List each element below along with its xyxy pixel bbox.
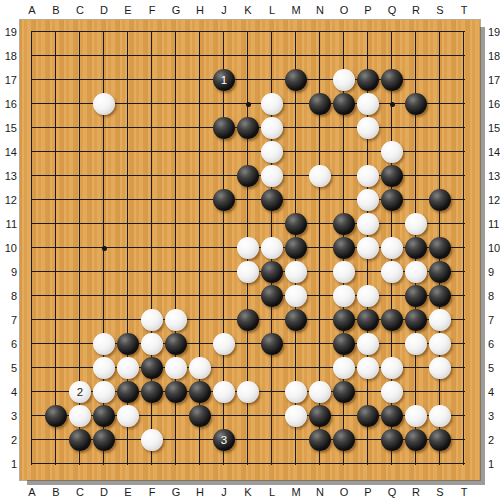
intersection-K14[interactable] <box>236 140 260 164</box>
intersection-K10[interactable] <box>236 236 260 260</box>
intersection-B2[interactable] <box>44 428 68 452</box>
intersection-O3[interactable] <box>332 404 356 428</box>
intersection-A15[interactable] <box>20 116 44 140</box>
intersection-C17[interactable] <box>68 68 92 92</box>
intersection-K18[interactable] <box>236 44 260 68</box>
intersection-O12[interactable] <box>332 188 356 212</box>
intersection-O17[interactable] <box>332 68 356 92</box>
intersection-N3[interactable] <box>308 404 332 428</box>
intersection-D9[interactable] <box>92 260 116 284</box>
intersection-G4[interactable] <box>164 380 188 404</box>
intersection-Q16[interactable] <box>380 92 404 116</box>
intersection-C12[interactable] <box>68 188 92 212</box>
intersection-T1[interactable] <box>452 452 476 476</box>
intersection-F11[interactable] <box>140 212 164 236</box>
intersection-S1[interactable] <box>428 452 452 476</box>
intersection-P10[interactable] <box>356 236 380 260</box>
intersection-G14[interactable] <box>164 140 188 164</box>
intersection-M13[interactable] <box>284 164 308 188</box>
intersection-S12[interactable] <box>428 188 452 212</box>
intersection-G3[interactable] <box>164 404 188 428</box>
intersection-C9[interactable] <box>68 260 92 284</box>
intersection-H17[interactable] <box>188 68 212 92</box>
intersection-T12[interactable] <box>452 188 476 212</box>
intersection-D15[interactable] <box>92 116 116 140</box>
intersection-N14[interactable] <box>308 140 332 164</box>
intersection-T5[interactable] <box>452 356 476 380</box>
intersection-R19[interactable] <box>404 20 428 44</box>
intersection-J3[interactable] <box>212 404 236 428</box>
intersection-P6[interactable] <box>356 332 380 356</box>
intersection-L5[interactable] <box>260 356 284 380</box>
intersection-K3[interactable] <box>236 404 260 428</box>
intersection-S16[interactable] <box>428 92 452 116</box>
intersection-E18[interactable] <box>116 44 140 68</box>
intersection-T10[interactable] <box>452 236 476 260</box>
intersection-J6[interactable] <box>212 332 236 356</box>
intersection-B18[interactable] <box>44 44 68 68</box>
intersection-O4[interactable] <box>332 380 356 404</box>
intersection-E5[interactable] <box>116 356 140 380</box>
intersection-Q17[interactable] <box>380 68 404 92</box>
intersection-F1[interactable] <box>140 452 164 476</box>
intersection-H18[interactable] <box>188 44 212 68</box>
intersection-T8[interactable] <box>452 284 476 308</box>
intersection-Q9[interactable] <box>380 260 404 284</box>
intersection-S11[interactable] <box>428 212 452 236</box>
intersection-O1[interactable] <box>332 452 356 476</box>
intersection-C6[interactable] <box>68 332 92 356</box>
intersection-G12[interactable] <box>164 188 188 212</box>
intersection-D3[interactable] <box>92 404 116 428</box>
intersection-M17[interactable] <box>284 68 308 92</box>
intersection-J14[interactable] <box>212 140 236 164</box>
intersection-P19[interactable] <box>356 20 380 44</box>
intersection-L4[interactable] <box>260 380 284 404</box>
intersection-M15[interactable] <box>284 116 308 140</box>
intersection-K15[interactable] <box>236 116 260 140</box>
intersection-G19[interactable] <box>164 20 188 44</box>
intersection-G5[interactable] <box>164 356 188 380</box>
intersection-M12[interactable] <box>284 188 308 212</box>
intersection-J4[interactable] <box>212 380 236 404</box>
intersection-B1[interactable] <box>44 452 68 476</box>
intersection-B14[interactable] <box>44 140 68 164</box>
intersection-F7[interactable] <box>140 308 164 332</box>
intersection-A16[interactable] <box>20 92 44 116</box>
intersection-O8[interactable] <box>332 284 356 308</box>
intersection-P4[interactable] <box>356 380 380 404</box>
intersection-C4[interactable]: 2 <box>68 380 92 404</box>
intersection-S2[interactable] <box>428 428 452 452</box>
intersection-P9[interactable] <box>356 260 380 284</box>
intersection-S8[interactable] <box>428 284 452 308</box>
intersection-D5[interactable] <box>92 356 116 380</box>
intersection-H4[interactable] <box>188 380 212 404</box>
intersection-O19[interactable] <box>332 20 356 44</box>
intersection-H10[interactable] <box>188 236 212 260</box>
intersection-B7[interactable] <box>44 308 68 332</box>
intersection-M16[interactable] <box>284 92 308 116</box>
intersection-P2[interactable] <box>356 428 380 452</box>
intersection-N9[interactable] <box>308 260 332 284</box>
intersection-D7[interactable] <box>92 308 116 332</box>
intersection-P18[interactable] <box>356 44 380 68</box>
intersection-A7[interactable] <box>20 308 44 332</box>
intersection-K13[interactable] <box>236 164 260 188</box>
intersection-R5[interactable] <box>404 356 428 380</box>
intersection-T9[interactable] <box>452 260 476 284</box>
intersection-P5[interactable] <box>356 356 380 380</box>
intersection-F4[interactable] <box>140 380 164 404</box>
intersection-N17[interactable] <box>308 68 332 92</box>
intersection-D10[interactable] <box>92 236 116 260</box>
intersection-A14[interactable] <box>20 140 44 164</box>
intersection-C2[interactable] <box>68 428 92 452</box>
intersection-F9[interactable] <box>140 260 164 284</box>
intersection-L12[interactable] <box>260 188 284 212</box>
intersection-R3[interactable] <box>404 404 428 428</box>
intersection-H12[interactable] <box>188 188 212 212</box>
intersection-Q18[interactable] <box>380 44 404 68</box>
intersection-D12[interactable] <box>92 188 116 212</box>
intersection-S5[interactable] <box>428 356 452 380</box>
intersection-R6[interactable] <box>404 332 428 356</box>
intersection-H5[interactable] <box>188 356 212 380</box>
intersection-D14[interactable] <box>92 140 116 164</box>
intersection-G9[interactable] <box>164 260 188 284</box>
intersection-B6[interactable] <box>44 332 68 356</box>
intersection-S13[interactable] <box>428 164 452 188</box>
intersection-P3[interactable] <box>356 404 380 428</box>
intersection-T6[interactable] <box>452 332 476 356</box>
intersection-A10[interactable] <box>20 236 44 260</box>
intersection-Q5[interactable] <box>380 356 404 380</box>
intersection-S6[interactable] <box>428 332 452 356</box>
intersection-C13[interactable] <box>68 164 92 188</box>
intersection-C8[interactable] <box>68 284 92 308</box>
intersection-L13[interactable] <box>260 164 284 188</box>
intersection-A12[interactable] <box>20 188 44 212</box>
intersection-L10[interactable] <box>260 236 284 260</box>
intersection-T11[interactable] <box>452 212 476 236</box>
intersection-G15[interactable] <box>164 116 188 140</box>
intersection-D4[interactable] <box>92 380 116 404</box>
intersection-Q19[interactable] <box>380 20 404 44</box>
intersection-M18[interactable] <box>284 44 308 68</box>
intersection-Q3[interactable] <box>380 404 404 428</box>
intersection-D19[interactable] <box>92 20 116 44</box>
intersection-C11[interactable] <box>68 212 92 236</box>
intersection-K12[interactable] <box>236 188 260 212</box>
intersection-T14[interactable] <box>452 140 476 164</box>
intersection-A17[interactable] <box>20 68 44 92</box>
intersection-S19[interactable] <box>428 20 452 44</box>
intersection-T13[interactable] <box>452 164 476 188</box>
intersection-J18[interactable] <box>212 44 236 68</box>
intersection-R10[interactable] <box>404 236 428 260</box>
intersection-M8[interactable] <box>284 284 308 308</box>
intersection-F18[interactable] <box>140 44 164 68</box>
intersection-A1[interactable] <box>20 452 44 476</box>
intersection-F5[interactable] <box>140 356 164 380</box>
intersection-F2[interactable] <box>140 428 164 452</box>
intersection-P11[interactable] <box>356 212 380 236</box>
intersection-P8[interactable] <box>356 284 380 308</box>
intersection-N15[interactable] <box>308 116 332 140</box>
intersection-E2[interactable] <box>116 428 140 452</box>
intersection-J7[interactable] <box>212 308 236 332</box>
intersection-K1[interactable] <box>236 452 260 476</box>
intersection-E13[interactable] <box>116 164 140 188</box>
intersection-F6[interactable] <box>140 332 164 356</box>
intersection-F15[interactable] <box>140 116 164 140</box>
intersection-C7[interactable] <box>68 308 92 332</box>
intersection-B3[interactable] <box>44 404 68 428</box>
intersection-J16[interactable] <box>212 92 236 116</box>
intersection-E12[interactable] <box>116 188 140 212</box>
intersection-A4[interactable] <box>20 380 44 404</box>
intersection-E15[interactable] <box>116 116 140 140</box>
intersection-L17[interactable] <box>260 68 284 92</box>
intersection-T17[interactable] <box>452 68 476 92</box>
intersection-H7[interactable] <box>188 308 212 332</box>
intersection-N13[interactable] <box>308 164 332 188</box>
intersection-L6[interactable] <box>260 332 284 356</box>
intersection-G17[interactable] <box>164 68 188 92</box>
intersection-J9[interactable] <box>212 260 236 284</box>
intersection-B15[interactable] <box>44 116 68 140</box>
intersection-K6[interactable] <box>236 332 260 356</box>
intersection-A2[interactable] <box>20 428 44 452</box>
intersection-B8[interactable] <box>44 284 68 308</box>
intersection-M2[interactable] <box>284 428 308 452</box>
intersection-N1[interactable] <box>308 452 332 476</box>
intersection-C10[interactable] <box>68 236 92 260</box>
intersection-O5[interactable] <box>332 356 356 380</box>
intersection-A18[interactable] <box>20 44 44 68</box>
intersection-R4[interactable] <box>404 380 428 404</box>
intersection-M5[interactable] <box>284 356 308 380</box>
intersection-J13[interactable] <box>212 164 236 188</box>
intersection-L1[interactable] <box>260 452 284 476</box>
intersection-L14[interactable] <box>260 140 284 164</box>
intersection-M11[interactable] <box>284 212 308 236</box>
intersection-H19[interactable] <box>188 20 212 44</box>
intersection-C19[interactable] <box>68 20 92 44</box>
intersection-J15[interactable] <box>212 116 236 140</box>
intersection-D17[interactable] <box>92 68 116 92</box>
intersection-O15[interactable] <box>332 116 356 140</box>
intersection-Q6[interactable] <box>380 332 404 356</box>
intersection-T18[interactable] <box>452 44 476 68</box>
intersection-H3[interactable] <box>188 404 212 428</box>
intersection-O7[interactable] <box>332 308 356 332</box>
intersection-B4[interactable] <box>44 380 68 404</box>
intersection-P13[interactable] <box>356 164 380 188</box>
intersection-G16[interactable] <box>164 92 188 116</box>
intersection-E14[interactable] <box>116 140 140 164</box>
intersection-R8[interactable] <box>404 284 428 308</box>
intersection-R16[interactable] <box>404 92 428 116</box>
intersection-L16[interactable] <box>260 92 284 116</box>
intersection-B9[interactable] <box>44 260 68 284</box>
intersection-F13[interactable] <box>140 164 164 188</box>
intersection-P14[interactable] <box>356 140 380 164</box>
intersection-L9[interactable] <box>260 260 284 284</box>
intersection-M9[interactable] <box>284 260 308 284</box>
intersection-M3[interactable] <box>284 404 308 428</box>
intersection-D8[interactable] <box>92 284 116 308</box>
intersection-R17[interactable] <box>404 68 428 92</box>
intersection-E17[interactable] <box>116 68 140 92</box>
intersection-F19[interactable] <box>140 20 164 44</box>
intersection-A5[interactable] <box>20 356 44 380</box>
intersection-F8[interactable] <box>140 284 164 308</box>
intersection-G10[interactable] <box>164 236 188 260</box>
intersection-A11[interactable] <box>20 212 44 236</box>
intersection-F14[interactable] <box>140 140 164 164</box>
intersection-Q7[interactable] <box>380 308 404 332</box>
intersection-K2[interactable] <box>236 428 260 452</box>
intersection-K17[interactable] <box>236 68 260 92</box>
intersection-O10[interactable] <box>332 236 356 260</box>
intersection-L3[interactable] <box>260 404 284 428</box>
intersection-C18[interactable] <box>68 44 92 68</box>
intersection-E6[interactable] <box>116 332 140 356</box>
intersection-P7[interactable] <box>356 308 380 332</box>
intersection-R1[interactable] <box>404 452 428 476</box>
intersection-B19[interactable] <box>44 20 68 44</box>
intersection-H15[interactable] <box>188 116 212 140</box>
intersection-Q10[interactable] <box>380 236 404 260</box>
intersection-M10[interactable] <box>284 236 308 260</box>
intersection-B10[interactable] <box>44 236 68 260</box>
intersection-P17[interactable] <box>356 68 380 92</box>
intersection-J1[interactable] <box>212 452 236 476</box>
intersection-N5[interactable] <box>308 356 332 380</box>
intersection-H6[interactable] <box>188 332 212 356</box>
intersection-C1[interactable] <box>68 452 92 476</box>
intersection-C16[interactable] <box>68 92 92 116</box>
intersection-T2[interactable] <box>452 428 476 452</box>
intersection-F17[interactable] <box>140 68 164 92</box>
intersection-E3[interactable] <box>116 404 140 428</box>
intersection-R18[interactable] <box>404 44 428 68</box>
intersection-G13[interactable] <box>164 164 188 188</box>
intersection-N12[interactable] <box>308 188 332 212</box>
intersection-G11[interactable] <box>164 212 188 236</box>
intersection-N16[interactable] <box>308 92 332 116</box>
intersection-D2[interactable] <box>92 428 116 452</box>
intersection-F10[interactable] <box>140 236 164 260</box>
intersection-B5[interactable] <box>44 356 68 380</box>
intersection-E11[interactable] <box>116 212 140 236</box>
intersection-B12[interactable] <box>44 188 68 212</box>
intersection-R11[interactable] <box>404 212 428 236</box>
intersection-C3[interactable] <box>68 404 92 428</box>
intersection-B17[interactable] <box>44 68 68 92</box>
intersection-B16[interactable] <box>44 92 68 116</box>
intersection-N8[interactable] <box>308 284 332 308</box>
intersection-F16[interactable] <box>140 92 164 116</box>
intersection-J8[interactable] <box>212 284 236 308</box>
intersection-T15[interactable] <box>452 116 476 140</box>
intersection-K16[interactable] <box>236 92 260 116</box>
intersection-R9[interactable] <box>404 260 428 284</box>
intersection-E9[interactable] <box>116 260 140 284</box>
intersection-S18[interactable] <box>428 44 452 68</box>
intersection-K7[interactable] <box>236 308 260 332</box>
intersection-R13[interactable] <box>404 164 428 188</box>
intersection-T19[interactable] <box>452 20 476 44</box>
intersection-E1[interactable] <box>116 452 140 476</box>
intersection-D16[interactable] <box>92 92 116 116</box>
intersection-S14[interactable] <box>428 140 452 164</box>
intersection-P16[interactable] <box>356 92 380 116</box>
intersection-S10[interactable] <box>428 236 452 260</box>
intersection-Q11[interactable] <box>380 212 404 236</box>
intersection-E7[interactable] <box>116 308 140 332</box>
intersection-T16[interactable] <box>452 92 476 116</box>
intersection-P12[interactable] <box>356 188 380 212</box>
intersection-N6[interactable] <box>308 332 332 356</box>
intersection-T7[interactable] <box>452 308 476 332</box>
intersection-J11[interactable] <box>212 212 236 236</box>
intersection-N19[interactable] <box>308 20 332 44</box>
intersection-Q4[interactable] <box>380 380 404 404</box>
intersection-J5[interactable] <box>212 356 236 380</box>
intersection-F3[interactable] <box>140 404 164 428</box>
intersection-D11[interactable] <box>92 212 116 236</box>
intersection-J10[interactable] <box>212 236 236 260</box>
intersection-E16[interactable] <box>116 92 140 116</box>
intersection-A3[interactable] <box>20 404 44 428</box>
intersection-P15[interactable] <box>356 116 380 140</box>
intersection-F12[interactable] <box>140 188 164 212</box>
intersection-D18[interactable] <box>92 44 116 68</box>
intersection-K8[interactable] <box>236 284 260 308</box>
intersection-O14[interactable] <box>332 140 356 164</box>
intersection-R14[interactable] <box>404 140 428 164</box>
intersection-T4[interactable] <box>452 380 476 404</box>
intersection-T3[interactable] <box>452 404 476 428</box>
intersection-Q14[interactable] <box>380 140 404 164</box>
intersection-B13[interactable] <box>44 164 68 188</box>
intersection-C5[interactable] <box>68 356 92 380</box>
intersection-H9[interactable] <box>188 260 212 284</box>
intersection-P1[interactable] <box>356 452 380 476</box>
intersection-O16[interactable] <box>332 92 356 116</box>
intersection-K9[interactable] <box>236 260 260 284</box>
intersection-L11[interactable] <box>260 212 284 236</box>
intersection-Q12[interactable] <box>380 188 404 212</box>
intersection-E10[interactable] <box>116 236 140 260</box>
intersection-R2[interactable] <box>404 428 428 452</box>
intersection-J17[interactable]: 1 <box>212 68 236 92</box>
intersection-K4[interactable] <box>236 380 260 404</box>
intersection-H8[interactable] <box>188 284 212 308</box>
intersection-K19[interactable] <box>236 20 260 44</box>
intersection-S3[interactable] <box>428 404 452 428</box>
intersection-H13[interactable] <box>188 164 212 188</box>
intersection-J2[interactable]: 3 <box>212 428 236 452</box>
intersection-G7[interactable] <box>164 308 188 332</box>
intersection-L7[interactable] <box>260 308 284 332</box>
intersection-Q8[interactable] <box>380 284 404 308</box>
intersection-D6[interactable] <box>92 332 116 356</box>
intersection-L15[interactable] <box>260 116 284 140</box>
